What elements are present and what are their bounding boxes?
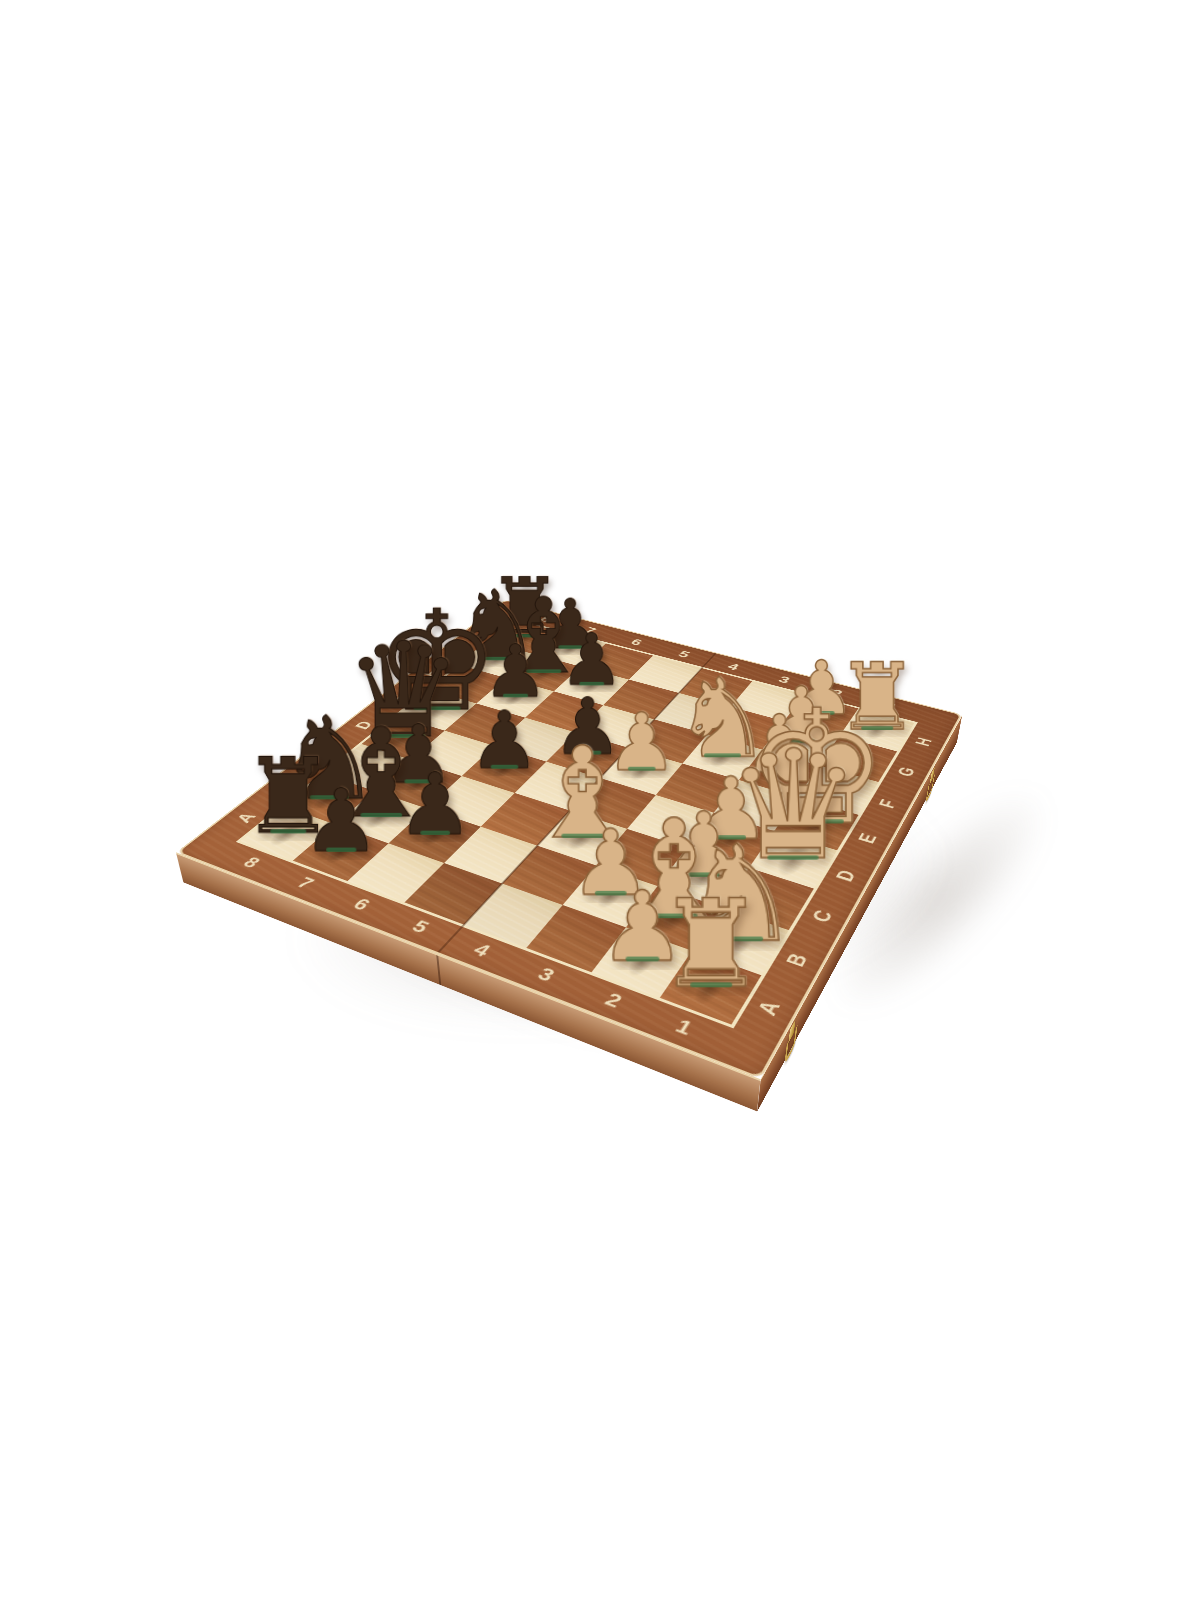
- black-pawn-glyph: ♟: [302, 778, 380, 865]
- product-photo-scene: ABCDEFGH ABCDEFGH 87654321 87654321 ♜♞♚♛…: [0, 0, 1200, 1600]
- black-pawn-glyph: ♟: [397, 763, 473, 848]
- white-rook-glyph: ♜: [657, 883, 766, 1004]
- chessboard: ABCDEFGH ABCDEFGH 87654321 87654321 ♜♞♚♛…: [176, 600, 963, 1080]
